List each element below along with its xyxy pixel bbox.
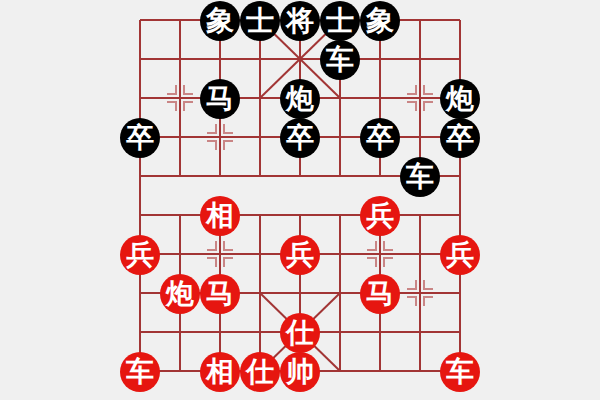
piece-black-advisor-1[interactable]: 士 [240,1,280,41]
piece-black-advisor-2[interactable]: 士 [320,1,360,41]
piece-red-elephant-2[interactable]: 相 [200,352,240,392]
board-pieces-layer: 象士将士象车马炮炮卒卒卒卒车相兵兵兵兵炮马马仕车相仕帅车 [120,1,480,391]
piece-black-cannon-2[interactable]: 炮 [440,79,480,119]
piece-red-advisor-2[interactable]: 仕 [240,352,280,392]
piece-red-horse-1[interactable]: 马 [200,274,240,314]
piece-red-cannon-1[interactable]: 炮 [160,274,200,314]
piece-black-soldier-3[interactable]: 卒 [360,118,400,158]
piece-red-advisor-1[interactable]: 仕 [280,313,320,353]
piece-black-elephant-2[interactable]: 象 [360,1,400,41]
piece-black-chariot-1[interactable]: 车 [320,40,360,80]
piece-black-chariot-2[interactable]: 车 [400,157,440,197]
piece-red-soldier-2[interactable]: 兵 [120,235,160,275]
piece-red-soldier-3[interactable]: 兵 [280,235,320,275]
piece-red-elephant-1[interactable]: 相 [200,196,240,236]
piece-red-chariot-2[interactable]: 车 [440,352,480,392]
piece-red-chariot-1[interactable]: 车 [120,352,160,392]
piece-red-soldier-1[interactable]: 兵 [360,196,400,236]
piece-red-horse-2[interactable]: 马 [360,274,400,314]
piece-black-soldier-2[interactable]: 卒 [280,118,320,158]
piece-black-cannon-1[interactable]: 炮 [280,79,320,119]
piece-black-elephant-1[interactable]: 象 [200,1,240,41]
piece-black-horse-1[interactable]: 马 [200,79,240,119]
xiangqi-app-screen: 象士将士象车马炮炮卒卒卒卒车相兵兵兵兵炮马马仕车相仕帅车 [0,0,600,400]
piece-red-general[interactable]: 帅 [280,352,320,392]
piece-black-soldier-4[interactable]: 卒 [440,118,480,158]
piece-black-soldier-1[interactable]: 卒 [120,118,160,158]
piece-red-soldier-4[interactable]: 兵 [440,235,480,275]
piece-black-general[interactable]: 将 [280,1,320,41]
